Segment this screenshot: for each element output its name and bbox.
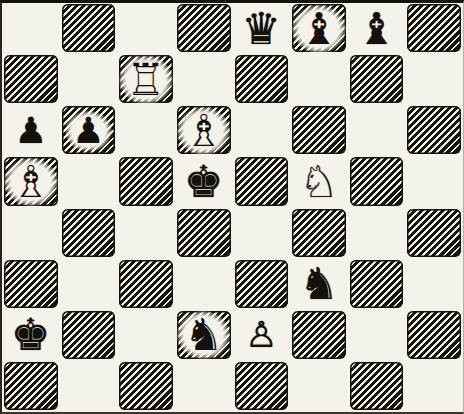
square-d8 <box>175 3 233 54</box>
square-h7 <box>405 54 463 105</box>
square-h5 <box>405 156 463 207</box>
square-b2 <box>60 310 118 361</box>
square-d1 <box>175 361 233 412</box>
square-b5 <box>60 156 118 207</box>
square-a1 <box>2 361 60 412</box>
square-g2 <box>348 310 406 361</box>
square-e3 <box>233 259 291 310</box>
piece-black-bishop-g8: ♝ <box>357 7 396 51</box>
square-c7: ♖ <box>117 54 175 105</box>
piece-white-pawn-e2: ♙ <box>245 317 277 353</box>
square-d6: ♗ <box>175 105 233 156</box>
square-f6 <box>290 105 348 156</box>
square-d3 <box>175 259 233 310</box>
piece-king-printed-dark-a2: ♚ <box>11 313 50 357</box>
chess-diagram: ♛♝♝♖♟♟♗♗♚♘♞♚♞♙ <box>0 0 464 414</box>
piece-black-pawn-a6: ♟ <box>15 113 47 149</box>
square-d5: ♚ <box>175 156 233 207</box>
square-d4 <box>175 208 233 259</box>
square-h4 <box>405 208 463 259</box>
square-f3: ♞ <box>290 259 348 310</box>
piece-black-knight-d2: ♞ <box>184 313 223 357</box>
square-h3 <box>405 259 463 310</box>
square-e5 <box>233 156 291 207</box>
square-c3 <box>117 259 175 310</box>
square-g6 <box>348 105 406 156</box>
piece-white-bishop-a5: ♗ <box>11 160 50 204</box>
square-h1 <box>405 361 463 412</box>
square-h6 <box>405 105 463 156</box>
square-a6: ♟ <box>2 105 60 156</box>
square-e6 <box>233 105 291 156</box>
square-c2 <box>117 310 175 361</box>
square-h8 <box>405 3 463 54</box>
piece-white-knight-f5: ♘ <box>299 160 338 204</box>
square-g1 <box>348 361 406 412</box>
piece-black-bishop-f8: ♝ <box>299 7 338 51</box>
square-c1 <box>117 361 175 412</box>
square-f8: ♝ <box>290 3 348 54</box>
piece-white-rook-c7: ♖ <box>126 58 165 102</box>
piece-black-pawn-b6: ♟ <box>72 113 104 149</box>
square-c5 <box>117 156 175 207</box>
square-d7 <box>175 54 233 105</box>
piece-black-king-d5: ♚ <box>184 160 223 204</box>
square-b3 <box>60 259 118 310</box>
square-g3 <box>348 259 406 310</box>
square-e7 <box>233 54 291 105</box>
square-d2: ♞ <box>175 310 233 361</box>
piece-black-queen-e8: ♛ <box>242 7 281 51</box>
square-f4 <box>290 208 348 259</box>
square-e1 <box>233 361 291 412</box>
square-f5: ♘ <box>290 156 348 207</box>
square-g8: ♝ <box>348 3 406 54</box>
square-g5 <box>348 156 406 207</box>
square-a2: ♚ <box>2 310 60 361</box>
square-g7 <box>348 54 406 105</box>
square-c6 <box>117 105 175 156</box>
square-f7 <box>290 54 348 105</box>
square-b1 <box>60 361 118 412</box>
piece-white-bishop-d6: ♗ <box>184 109 223 153</box>
square-c4 <box>117 208 175 259</box>
square-f2 <box>290 310 348 361</box>
square-a3 <box>2 259 60 310</box>
square-a4 <box>2 208 60 259</box>
square-b7 <box>60 54 118 105</box>
piece-black-knight-f3: ♞ <box>299 262 338 306</box>
square-a8 <box>2 3 60 54</box>
square-f1 <box>290 361 348 412</box>
square-e8: ♛ <box>233 3 291 54</box>
square-b6: ♟ <box>60 105 118 156</box>
square-b4 <box>60 208 118 259</box>
square-e4 <box>233 208 291 259</box>
square-e2: ♙ <box>233 310 291 361</box>
chess-board: ♛♝♝♖♟♟♗♗♚♘♞♚♞♙ <box>2 3 463 412</box>
square-c8 <box>117 3 175 54</box>
square-g4 <box>348 208 406 259</box>
square-a5: ♗ <box>2 156 60 207</box>
square-h2 <box>405 310 463 361</box>
square-a7 <box>2 54 60 105</box>
square-b8 <box>60 3 118 54</box>
